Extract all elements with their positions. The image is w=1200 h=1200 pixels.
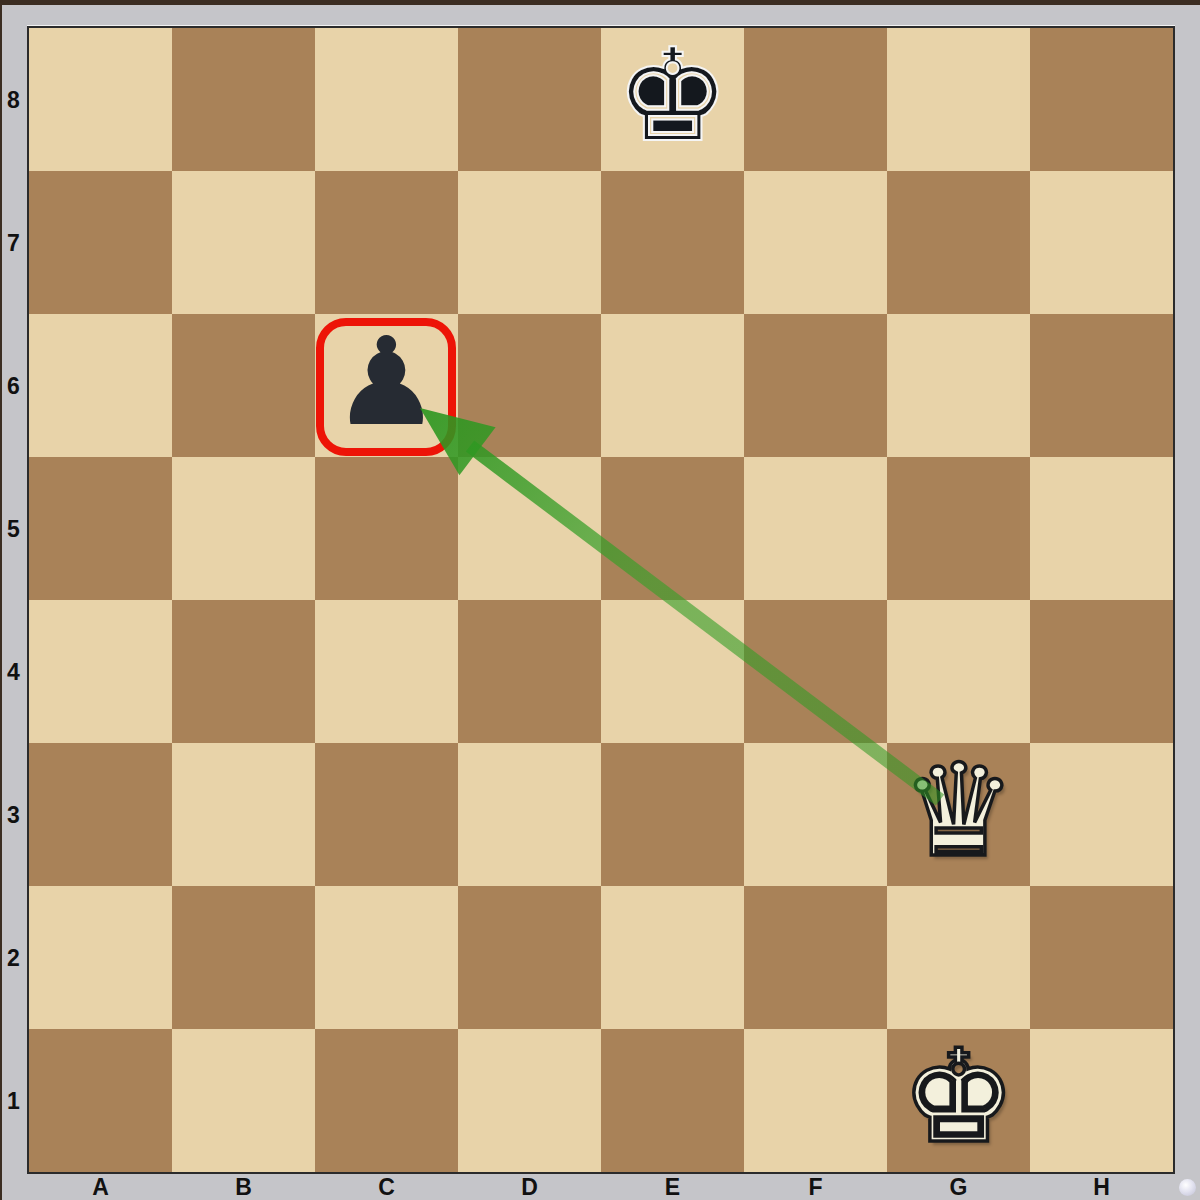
chess-board-frame: ♚♟♛♚ xyxy=(27,26,1175,1174)
piece-black-pawn-c6[interactable]: ♟ xyxy=(332,321,441,443)
square-h1[interactable] xyxy=(1030,1029,1173,1172)
square-d5[interactable] xyxy=(458,457,601,600)
square-b4[interactable] xyxy=(172,600,315,743)
square-h8[interactable] xyxy=(1030,28,1173,171)
rank-label-4: 4 xyxy=(0,601,27,744)
square-b5[interactable] xyxy=(172,457,315,600)
frame-edge-top xyxy=(0,0,1200,5)
square-g3[interactable]: ♛ xyxy=(887,743,1030,886)
rank-label-5: 5 xyxy=(0,458,27,601)
file-label-f: F xyxy=(744,1175,887,1200)
square-a3[interactable] xyxy=(29,743,172,886)
rank-label-2: 2 xyxy=(0,887,27,1030)
square-d3[interactable] xyxy=(458,743,601,886)
rank-label-3: 3 xyxy=(0,744,27,887)
square-h2[interactable] xyxy=(1030,886,1173,1029)
square-e8[interactable]: ♚ xyxy=(601,28,744,171)
square-f7[interactable] xyxy=(744,171,887,314)
square-h5[interactable] xyxy=(1030,457,1173,600)
square-h7[interactable] xyxy=(1030,171,1173,314)
square-g6[interactable] xyxy=(887,314,1030,457)
square-c6[interactable]: ♟ xyxy=(315,314,458,457)
square-e1[interactable] xyxy=(601,1029,744,1172)
rank-labels: 87654321 xyxy=(0,29,27,1173)
square-e5[interactable] xyxy=(601,457,744,600)
square-e2[interactable] xyxy=(601,886,744,1029)
file-label-c: C xyxy=(315,1175,458,1200)
corner-knob xyxy=(1179,1179,1196,1196)
square-c8[interactable] xyxy=(315,28,458,171)
square-b1[interactable] xyxy=(172,1029,315,1172)
square-f4[interactable] xyxy=(744,600,887,743)
square-g1[interactable]: ♚ xyxy=(887,1029,1030,1172)
square-f6[interactable] xyxy=(744,314,887,457)
square-g5[interactable] xyxy=(887,457,1030,600)
rank-label-8: 8 xyxy=(0,29,27,172)
square-c2[interactable] xyxy=(315,886,458,1029)
file-label-g: G xyxy=(887,1175,1030,1200)
square-d7[interactable] xyxy=(458,171,601,314)
square-d2[interactable] xyxy=(458,886,601,1029)
square-a2[interactable] xyxy=(29,886,172,1029)
rank-label-6: 6 xyxy=(0,315,27,458)
square-b3[interactable] xyxy=(172,743,315,886)
square-c1[interactable] xyxy=(315,1029,458,1172)
square-f8[interactable] xyxy=(744,28,887,171)
square-d6[interactable] xyxy=(458,314,601,457)
square-d1[interactable] xyxy=(458,1029,601,1172)
square-e3[interactable] xyxy=(601,743,744,886)
square-c7[interactable] xyxy=(315,171,458,314)
rank-label-1: 1 xyxy=(0,1030,27,1173)
square-d4[interactable] xyxy=(458,600,601,743)
square-c4[interactable] xyxy=(315,600,458,743)
square-e7[interactable] xyxy=(601,171,744,314)
square-f2[interactable] xyxy=(744,886,887,1029)
file-label-b: B xyxy=(172,1175,315,1200)
piece-white-queen-g3[interactable]: ♛ xyxy=(901,747,1016,875)
square-a6[interactable] xyxy=(29,314,172,457)
square-b8[interactable] xyxy=(172,28,315,171)
square-g8[interactable] xyxy=(887,28,1030,171)
square-f5[interactable] xyxy=(744,457,887,600)
square-d8[interactable] xyxy=(458,28,601,171)
square-c5[interactable] xyxy=(315,457,458,600)
square-c3[interactable] xyxy=(315,743,458,886)
square-g4[interactable] xyxy=(887,600,1030,743)
square-b6[interactable] xyxy=(172,314,315,457)
square-e4[interactable] xyxy=(601,600,744,743)
file-label-d: D xyxy=(458,1175,601,1200)
square-a7[interactable] xyxy=(29,171,172,314)
piece-white-king-g1[interactable]: ♚ xyxy=(901,1033,1016,1161)
frame-edge-left xyxy=(0,0,2,1200)
square-g7[interactable] xyxy=(887,171,1030,314)
square-a8[interactable] xyxy=(29,28,172,171)
square-g2[interactable] xyxy=(887,886,1030,1029)
square-b7[interactable] xyxy=(172,171,315,314)
square-f3[interactable] xyxy=(744,743,887,886)
piece-black-king-e8[interactable]: ♚ xyxy=(615,32,730,160)
square-h6[interactable] xyxy=(1030,314,1173,457)
file-label-e: E xyxy=(601,1175,744,1200)
square-h3[interactable] xyxy=(1030,743,1173,886)
square-e6[interactable] xyxy=(601,314,744,457)
square-a1[interactable] xyxy=(29,1029,172,1172)
file-label-h: H xyxy=(1030,1175,1173,1200)
file-labels: ABCDEFGH xyxy=(29,1175,1173,1200)
board: ♚♟♛♚ xyxy=(29,28,1173,1172)
file-label-a: A xyxy=(29,1175,172,1200)
square-h4[interactable] xyxy=(1030,600,1173,743)
square-a5[interactable] xyxy=(29,457,172,600)
square-f1[interactable] xyxy=(744,1029,887,1172)
rank-label-7: 7 xyxy=(0,172,27,315)
square-b2[interactable] xyxy=(172,886,315,1029)
square-a4[interactable] xyxy=(29,600,172,743)
